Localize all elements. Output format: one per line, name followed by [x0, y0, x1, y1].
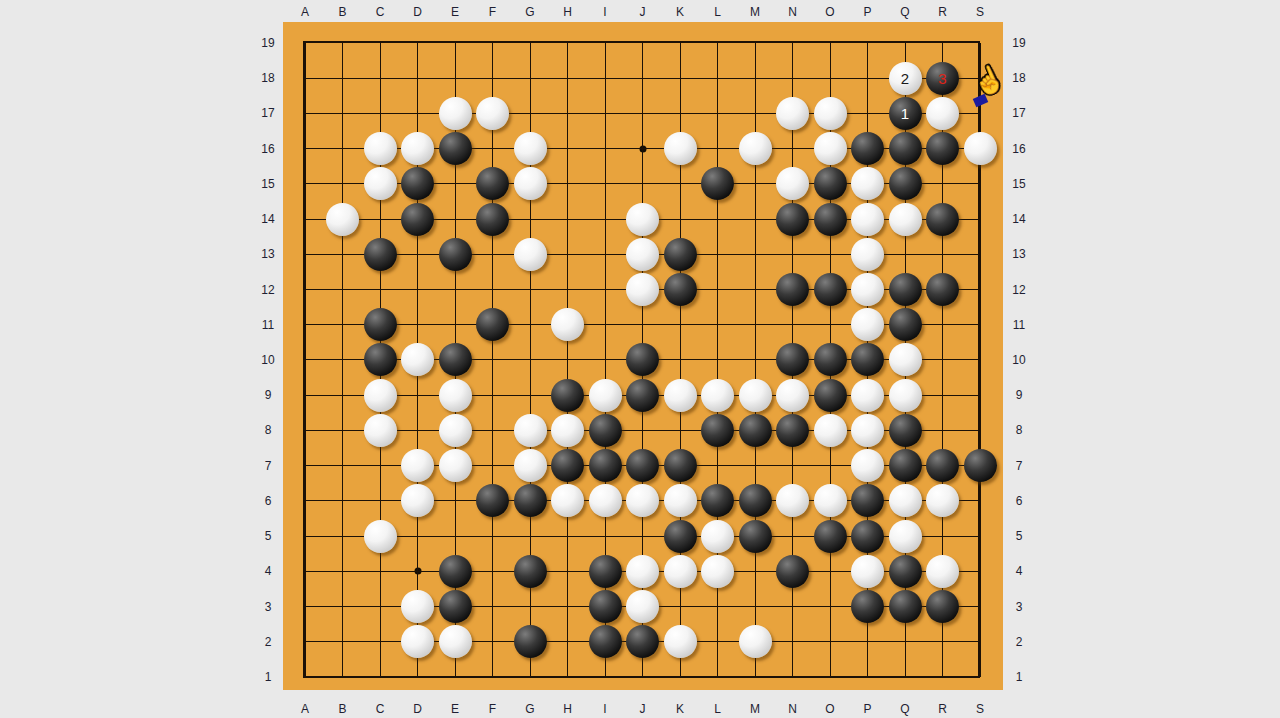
point-N6[interactable] [774, 483, 812, 518]
point-C7[interactable] [361, 448, 399, 483]
point-K1[interactable] [661, 659, 699, 694]
point-K5[interactable] [661, 518, 699, 553]
point-K3[interactable] [661, 589, 699, 624]
point-J7[interactable] [624, 448, 662, 483]
point-S10[interactable] [961, 342, 999, 377]
point-F2[interactable] [474, 624, 512, 659]
point-P1[interactable] [849, 659, 887, 694]
point-S14[interactable] [961, 201, 999, 236]
point-B3[interactable] [324, 589, 362, 624]
point-K6[interactable] [661, 483, 699, 518]
point-A11[interactable] [286, 307, 324, 342]
point-E7[interactable] [436, 448, 474, 483]
point-B9[interactable] [324, 378, 362, 413]
point-P18[interactable] [849, 61, 887, 96]
point-R13[interactable] [924, 237, 962, 272]
point-L9[interactable] [699, 378, 737, 413]
point-L2[interactable] [699, 624, 737, 659]
point-O15[interactable] [811, 166, 849, 201]
point-B7[interactable] [324, 448, 362, 483]
point-C3[interactable] [361, 589, 399, 624]
point-N8[interactable] [774, 413, 812, 448]
point-I3[interactable] [586, 589, 624, 624]
point-F10[interactable] [474, 342, 512, 377]
point-K18[interactable] [661, 61, 699, 96]
point-J12[interactable] [624, 272, 662, 307]
point-S6[interactable] [961, 483, 999, 518]
point-D12[interactable] [399, 272, 437, 307]
point-J17[interactable] [624, 96, 662, 131]
point-G12[interactable] [511, 272, 549, 307]
point-K12[interactable] [661, 272, 699, 307]
point-J4[interactable] [624, 554, 662, 589]
point-Q14[interactable] [886, 201, 924, 236]
point-A5[interactable] [286, 518, 324, 553]
point-F3[interactable] [474, 589, 512, 624]
point-H19[interactable] [549, 25, 587, 60]
point-K16[interactable] [661, 131, 699, 166]
point-B15[interactable] [324, 166, 362, 201]
point-R11[interactable] [924, 307, 962, 342]
point-B13[interactable] [324, 237, 362, 272]
point-B14[interactable] [324, 201, 362, 236]
point-G1[interactable] [511, 659, 549, 694]
point-K17[interactable] [661, 96, 699, 131]
point-P8[interactable] [849, 413, 887, 448]
point-P9[interactable] [849, 378, 887, 413]
point-M18[interactable] [736, 61, 774, 96]
point-R14[interactable] [924, 201, 962, 236]
point-J8[interactable] [624, 413, 662, 448]
point-F7[interactable] [474, 448, 512, 483]
point-C10[interactable] [361, 342, 399, 377]
point-S13[interactable] [961, 237, 999, 272]
point-B12[interactable] [324, 272, 362, 307]
point-E13[interactable] [436, 237, 474, 272]
point-N2[interactable] [774, 624, 812, 659]
point-D17[interactable] [399, 96, 437, 131]
point-Q2[interactable] [886, 624, 924, 659]
point-Q18[interactable]: 2 [886, 61, 924, 96]
point-N16[interactable] [774, 131, 812, 166]
point-K11[interactable] [661, 307, 699, 342]
point-B11[interactable] [324, 307, 362, 342]
point-D10[interactable] [399, 342, 437, 377]
point-D3[interactable] [399, 589, 437, 624]
point-E12[interactable] [436, 272, 474, 307]
point-L8[interactable] [699, 413, 737, 448]
point-P4[interactable] [849, 554, 887, 589]
point-G8[interactable] [511, 413, 549, 448]
point-C12[interactable] [361, 272, 399, 307]
point-D11[interactable] [399, 307, 437, 342]
point-S15[interactable] [961, 166, 999, 201]
point-I13[interactable] [586, 237, 624, 272]
point-P12[interactable] [849, 272, 887, 307]
point-I4[interactable] [586, 554, 624, 589]
point-F8[interactable] [474, 413, 512, 448]
point-B6[interactable] [324, 483, 362, 518]
point-K13[interactable] [661, 237, 699, 272]
point-Q12[interactable] [886, 272, 924, 307]
point-K8[interactable] [661, 413, 699, 448]
point-O13[interactable] [811, 237, 849, 272]
point-A14[interactable] [286, 201, 324, 236]
point-P15[interactable] [849, 166, 887, 201]
point-M6[interactable] [736, 483, 774, 518]
point-C19[interactable] [361, 25, 399, 60]
point-C18[interactable] [361, 61, 399, 96]
point-E4[interactable] [436, 554, 474, 589]
point-O3[interactable] [811, 589, 849, 624]
point-M2[interactable] [736, 624, 774, 659]
point-P13[interactable] [849, 237, 887, 272]
point-G3[interactable] [511, 589, 549, 624]
point-A9[interactable] [286, 378, 324, 413]
point-Q4[interactable] [886, 554, 924, 589]
point-D15[interactable] [399, 166, 437, 201]
point-S2[interactable] [961, 624, 999, 659]
point-N18[interactable] [774, 61, 812, 96]
point-L7[interactable] [699, 448, 737, 483]
point-L16[interactable] [699, 131, 737, 166]
point-E17[interactable] [436, 96, 474, 131]
point-F16[interactable] [474, 131, 512, 166]
point-O11[interactable] [811, 307, 849, 342]
point-H11[interactable] [549, 307, 587, 342]
point-D16[interactable] [399, 131, 437, 166]
point-H15[interactable] [549, 166, 587, 201]
point-H18[interactable] [549, 61, 587, 96]
point-F19[interactable] [474, 25, 512, 60]
point-O9[interactable] [811, 378, 849, 413]
point-I12[interactable] [586, 272, 624, 307]
point-R7[interactable] [924, 448, 962, 483]
point-J13[interactable] [624, 237, 662, 272]
point-B2[interactable] [324, 624, 362, 659]
point-E9[interactable] [436, 378, 474, 413]
point-P6[interactable] [849, 483, 887, 518]
point-H14[interactable] [549, 201, 587, 236]
point-E18[interactable] [436, 61, 474, 96]
point-O6[interactable] [811, 483, 849, 518]
point-M7[interactable] [736, 448, 774, 483]
point-S4[interactable] [961, 554, 999, 589]
point-L1[interactable] [699, 659, 737, 694]
point-N13[interactable] [774, 237, 812, 272]
point-N5[interactable] [774, 518, 812, 553]
point-R10[interactable] [924, 342, 962, 377]
point-F14[interactable] [474, 201, 512, 236]
point-J16[interactable] [624, 131, 662, 166]
point-B10[interactable] [324, 342, 362, 377]
point-D5[interactable] [399, 518, 437, 553]
point-C6[interactable] [361, 483, 399, 518]
point-O16[interactable] [811, 131, 849, 166]
point-M19[interactable] [736, 25, 774, 60]
point-G6[interactable] [511, 483, 549, 518]
point-G11[interactable] [511, 307, 549, 342]
point-R15[interactable] [924, 166, 962, 201]
point-A16[interactable] [286, 131, 324, 166]
point-M8[interactable] [736, 413, 774, 448]
point-F18[interactable] [474, 61, 512, 96]
point-N9[interactable] [774, 378, 812, 413]
point-O10[interactable] [811, 342, 849, 377]
point-N15[interactable] [774, 166, 812, 201]
point-C9[interactable] [361, 378, 399, 413]
point-G16[interactable] [511, 131, 549, 166]
point-F11[interactable] [474, 307, 512, 342]
point-Q3[interactable] [886, 589, 924, 624]
point-A7[interactable] [286, 448, 324, 483]
point-A17[interactable] [286, 96, 324, 131]
point-P17[interactable] [849, 96, 887, 131]
point-M14[interactable] [736, 201, 774, 236]
point-F17[interactable] [474, 96, 512, 131]
point-R2[interactable] [924, 624, 962, 659]
point-G2[interactable] [511, 624, 549, 659]
point-A13[interactable] [286, 237, 324, 272]
point-H6[interactable] [549, 483, 587, 518]
point-E3[interactable] [436, 589, 474, 624]
point-H7[interactable] [549, 448, 587, 483]
point-D8[interactable] [399, 413, 437, 448]
point-E6[interactable] [436, 483, 474, 518]
point-Q19[interactable] [886, 25, 924, 60]
point-O17[interactable] [811, 96, 849, 131]
point-H3[interactable] [549, 589, 587, 624]
point-Q11[interactable] [886, 307, 924, 342]
point-D18[interactable] [399, 61, 437, 96]
point-H1[interactable] [549, 659, 587, 694]
point-D13[interactable] [399, 237, 437, 272]
point-C5[interactable] [361, 518, 399, 553]
point-R8[interactable] [924, 413, 962, 448]
point-C8[interactable] [361, 413, 399, 448]
point-F13[interactable] [474, 237, 512, 272]
point-D14[interactable] [399, 201, 437, 236]
point-S9[interactable] [961, 378, 999, 413]
point-G15[interactable] [511, 166, 549, 201]
point-C15[interactable] [361, 166, 399, 201]
point-H2[interactable] [549, 624, 587, 659]
point-O7[interactable] [811, 448, 849, 483]
point-M1[interactable] [736, 659, 774, 694]
point-I2[interactable] [586, 624, 624, 659]
point-E5[interactable] [436, 518, 474, 553]
point-C16[interactable] [361, 131, 399, 166]
point-K7[interactable] [661, 448, 699, 483]
point-N14[interactable] [774, 201, 812, 236]
point-L4[interactable] [699, 554, 737, 589]
point-J19[interactable] [624, 25, 662, 60]
point-D1[interactable] [399, 659, 437, 694]
point-F9[interactable] [474, 378, 512, 413]
point-E19[interactable] [436, 25, 474, 60]
point-N12[interactable] [774, 272, 812, 307]
point-J15[interactable] [624, 166, 662, 201]
point-M17[interactable] [736, 96, 774, 131]
point-O18[interactable] [811, 61, 849, 96]
point-P5[interactable] [849, 518, 887, 553]
point-C14[interactable] [361, 201, 399, 236]
point-O8[interactable] [811, 413, 849, 448]
point-Q9[interactable] [886, 378, 924, 413]
point-C1[interactable] [361, 659, 399, 694]
point-R12[interactable] [924, 272, 962, 307]
point-L18[interactable] [699, 61, 737, 96]
point-G7[interactable] [511, 448, 549, 483]
point-S16[interactable] [961, 131, 999, 166]
point-H13[interactable] [549, 237, 587, 272]
point-Q10[interactable] [886, 342, 924, 377]
point-R17[interactable] [924, 96, 962, 131]
point-D9[interactable] [399, 378, 437, 413]
point-K4[interactable] [661, 554, 699, 589]
point-I10[interactable] [586, 342, 624, 377]
point-L5[interactable] [699, 518, 737, 553]
point-Q15[interactable] [886, 166, 924, 201]
point-K10[interactable] [661, 342, 699, 377]
point-F12[interactable] [474, 272, 512, 307]
point-G5[interactable] [511, 518, 549, 553]
point-A15[interactable] [286, 166, 324, 201]
point-Q16[interactable] [886, 131, 924, 166]
point-I16[interactable] [586, 131, 624, 166]
point-O5[interactable] [811, 518, 849, 553]
point-E16[interactable] [436, 131, 474, 166]
point-E2[interactable] [436, 624, 474, 659]
point-S5[interactable] [961, 518, 999, 553]
point-A1[interactable] [286, 659, 324, 694]
point-C11[interactable] [361, 307, 399, 342]
point-M15[interactable] [736, 166, 774, 201]
point-R4[interactable] [924, 554, 962, 589]
point-H8[interactable] [549, 413, 587, 448]
point-F4[interactable] [474, 554, 512, 589]
point-L19[interactable] [699, 25, 737, 60]
point-J6[interactable] [624, 483, 662, 518]
point-B8[interactable] [324, 413, 362, 448]
point-C13[interactable] [361, 237, 399, 272]
point-Q8[interactable] [886, 413, 924, 448]
point-J18[interactable] [624, 61, 662, 96]
point-I5[interactable] [586, 518, 624, 553]
point-N17[interactable] [774, 96, 812, 131]
point-G17[interactable] [511, 96, 549, 131]
point-G18[interactable] [511, 61, 549, 96]
point-L3[interactable] [699, 589, 737, 624]
point-G19[interactable] [511, 25, 549, 60]
point-D2[interactable] [399, 624, 437, 659]
point-I9[interactable] [586, 378, 624, 413]
point-D6[interactable] [399, 483, 437, 518]
point-P16[interactable] [849, 131, 887, 166]
point-J9[interactable] [624, 378, 662, 413]
point-R9[interactable] [924, 378, 962, 413]
point-E1[interactable] [436, 659, 474, 694]
point-I15[interactable] [586, 166, 624, 201]
point-J10[interactable] [624, 342, 662, 377]
point-N4[interactable] [774, 554, 812, 589]
point-H9[interactable] [549, 378, 587, 413]
point-M11[interactable] [736, 307, 774, 342]
point-D7[interactable] [399, 448, 437, 483]
point-P7[interactable] [849, 448, 887, 483]
point-E8[interactable] [436, 413, 474, 448]
point-E14[interactable] [436, 201, 474, 236]
point-M13[interactable] [736, 237, 774, 272]
point-O2[interactable] [811, 624, 849, 659]
point-G10[interactable] [511, 342, 549, 377]
point-H12[interactable] [549, 272, 587, 307]
point-B18[interactable] [324, 61, 362, 96]
point-N1[interactable] [774, 659, 812, 694]
point-N7[interactable] [774, 448, 812, 483]
point-H4[interactable] [549, 554, 587, 589]
point-M5[interactable] [736, 518, 774, 553]
point-Q13[interactable] [886, 237, 924, 272]
point-I8[interactable] [586, 413, 624, 448]
point-S12[interactable] [961, 272, 999, 307]
point-P14[interactable] [849, 201, 887, 236]
point-L6[interactable] [699, 483, 737, 518]
point-K19[interactable] [661, 25, 699, 60]
point-S7[interactable] [961, 448, 999, 483]
point-O12[interactable] [811, 272, 849, 307]
point-R1[interactable] [924, 659, 962, 694]
point-I11[interactable] [586, 307, 624, 342]
point-R3[interactable] [924, 589, 962, 624]
point-I17[interactable] [586, 96, 624, 131]
point-L12[interactable] [699, 272, 737, 307]
point-C4[interactable] [361, 554, 399, 589]
point-K14[interactable] [661, 201, 699, 236]
point-A4[interactable] [286, 554, 324, 589]
point-B16[interactable] [324, 131, 362, 166]
point-P2[interactable] [849, 624, 887, 659]
point-D4[interactable] [399, 554, 437, 589]
point-H16[interactable] [549, 131, 587, 166]
point-F15[interactable] [474, 166, 512, 201]
point-M12[interactable] [736, 272, 774, 307]
point-A12[interactable] [286, 272, 324, 307]
point-B19[interactable] [324, 25, 362, 60]
point-C2[interactable] [361, 624, 399, 659]
point-G4[interactable] [511, 554, 549, 589]
point-N11[interactable] [774, 307, 812, 342]
point-I1[interactable] [586, 659, 624, 694]
point-Q5[interactable] [886, 518, 924, 553]
point-F5[interactable] [474, 518, 512, 553]
point-A2[interactable] [286, 624, 324, 659]
point-N10[interactable] [774, 342, 812, 377]
point-F6[interactable] [474, 483, 512, 518]
point-I6[interactable] [586, 483, 624, 518]
point-O14[interactable] [811, 201, 849, 236]
point-B1[interactable] [324, 659, 362, 694]
point-E10[interactable] [436, 342, 474, 377]
point-S19[interactable] [961, 25, 999, 60]
point-K9[interactable] [661, 378, 699, 413]
point-F1[interactable] [474, 659, 512, 694]
point-N3[interactable] [774, 589, 812, 624]
point-I14[interactable] [586, 201, 624, 236]
point-P11[interactable] [849, 307, 887, 342]
point-R5[interactable] [924, 518, 962, 553]
point-A19[interactable] [286, 25, 324, 60]
